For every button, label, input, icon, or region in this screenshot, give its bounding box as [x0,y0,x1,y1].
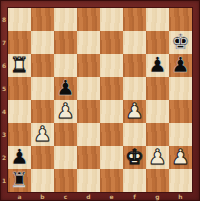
square-e7[interactable] [100,31,123,54]
square-a2[interactable]: ♟ [8,146,31,169]
square-e6[interactable] [100,54,123,77]
square-d5[interactable] [77,77,100,100]
square-e4[interactable] [100,100,123,123]
square-g4[interactable] [146,100,169,123]
square-f3[interactable] [123,123,146,146]
file-label-c: c [54,192,77,201]
square-d8[interactable] [77,8,100,31]
file-label-b: b [31,192,54,201]
square-h7[interactable]: ♚ [169,31,192,54]
rank-label-7: 7 [0,31,8,54]
square-f4[interactable]: ♟ [123,100,146,123]
black-pawn[interactable]: ♟ [169,54,192,77]
square-g7[interactable] [146,31,169,54]
square-g3[interactable] [146,123,169,146]
square-c8[interactable] [54,8,77,31]
board-frame: ♚♜♟♟♟♟♟♟♟♚♟♟♜ 87654321 abcdefgh [0,0,200,201]
white-rook[interactable]: ♜ [8,54,31,77]
rank-label-8: 8 [0,8,8,31]
white-pawn[interactable]: ♟ [54,100,77,123]
rank-label-5: 5 [0,77,8,100]
square-a1[interactable]: ♜ [8,169,31,192]
black-pawn[interactable]: ♟ [146,54,169,77]
square-b5[interactable] [31,77,54,100]
square-h8[interactable] [169,8,192,31]
square-h3[interactable] [169,123,192,146]
square-e3[interactable] [100,123,123,146]
square-b1[interactable] [31,169,54,192]
black-king[interactable]: ♚ [169,31,192,54]
square-b4[interactable] [31,100,54,123]
file-label-e: e [100,192,123,201]
white-pawn[interactable]: ♟ [169,146,192,169]
rank-label-4: 4 [0,100,8,123]
square-h2[interactable]: ♟ [169,146,192,169]
square-d6[interactable] [77,54,100,77]
square-c7[interactable] [54,31,77,54]
white-pawn[interactable]: ♟ [146,146,169,169]
white-pawn[interactable]: ♟ [123,100,146,123]
square-a6[interactable]: ♜ [8,54,31,77]
square-g6[interactable]: ♟ [146,54,169,77]
square-d1[interactable] [77,169,100,192]
square-a5[interactable] [8,77,31,100]
square-b2[interactable] [31,146,54,169]
chess-board: ♚♜♟♟♟♟♟♟♟♚♟♟♜ [8,8,192,192]
file-label-f: f [123,192,146,201]
square-b7[interactable] [31,31,54,54]
square-d3[interactable] [77,123,100,146]
square-f8[interactable] [123,8,146,31]
rank-label-2: 2 [0,146,8,169]
square-d4[interactable] [77,100,100,123]
rank-label-6: 6 [0,54,8,77]
square-h1[interactable] [169,169,192,192]
rank-label-1: 1 [0,169,8,192]
white-pawn[interactable]: ♟ [31,123,54,146]
square-g8[interactable] [146,8,169,31]
square-f1[interactable] [123,169,146,192]
file-label-g: g [146,192,169,201]
black-rook[interactable]: ♜ [8,169,31,192]
square-e8[interactable] [100,8,123,31]
square-b6[interactable] [31,54,54,77]
file-label-d: d [77,192,100,201]
square-h6[interactable]: ♟ [169,54,192,77]
black-pawn[interactable]: ♟ [54,77,77,100]
square-f6[interactable] [123,54,146,77]
square-h5[interactable] [169,77,192,100]
square-b8[interactable] [31,8,54,31]
file-label-a: a [8,192,31,201]
square-g2[interactable]: ♟ [146,146,169,169]
square-c4[interactable]: ♟ [54,100,77,123]
square-f5[interactable] [123,77,146,100]
file-label-h: h [169,192,192,201]
square-f7[interactable] [123,31,146,54]
rank-label-3: 3 [0,123,8,146]
square-e1[interactable] [100,169,123,192]
square-b3[interactable]: ♟ [31,123,54,146]
square-e5[interactable] [100,77,123,100]
square-g5[interactable] [146,77,169,100]
square-g1[interactable] [146,169,169,192]
white-king[interactable]: ♚ [123,146,146,169]
square-c2[interactable] [54,146,77,169]
square-a7[interactable] [8,31,31,54]
square-e2[interactable] [100,146,123,169]
square-c5[interactable]: ♟ [54,77,77,100]
square-f2[interactable]: ♚ [123,146,146,169]
square-c1[interactable] [54,169,77,192]
square-c3[interactable] [54,123,77,146]
square-d2[interactable] [77,146,100,169]
square-c6[interactable] [54,54,77,77]
square-h4[interactable] [169,100,192,123]
square-a3[interactable] [8,123,31,146]
square-a4[interactable] [8,100,31,123]
square-d7[interactable] [77,31,100,54]
square-a8[interactable] [8,8,31,31]
black-pawn[interactable]: ♟ [8,146,31,169]
